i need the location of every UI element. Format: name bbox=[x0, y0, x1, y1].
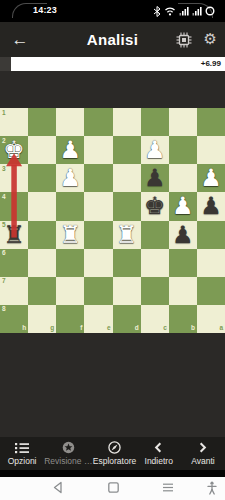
back-move-button[interactable]: Indietro bbox=[137, 437, 181, 470]
white-rook-d5[interactable]: ♜ bbox=[113, 221, 141, 249]
square-e4[interactable] bbox=[84, 192, 112, 220]
chevron-right-icon bbox=[196, 441, 209, 454]
square-h1[interactable]: 1 bbox=[0, 108, 28, 136]
square-d5[interactable]: ♜ bbox=[113, 221, 141, 249]
signal-icon bbox=[192, 6, 202, 16]
square-e5[interactable] bbox=[84, 221, 112, 249]
square-f8[interactable]: f bbox=[56, 305, 84, 333]
white-pawn-a3[interactable]: ♟ bbox=[197, 164, 225, 192]
explorer-compass-icon bbox=[108, 441, 121, 454]
evaluation-bar[interactable]: +6.99 bbox=[0, 57, 225, 71]
battery-icon bbox=[205, 6, 215, 16]
square-d4[interactable] bbox=[113, 192, 141, 220]
square-e3[interactable] bbox=[84, 164, 112, 192]
rank-label: 6 bbox=[2, 250, 6, 257]
black-rook-h5[interactable]: ♜ bbox=[0, 221, 28, 249]
evaluation-value: +6.99 bbox=[201, 57, 221, 71]
square-e1[interactable] bbox=[84, 108, 112, 136]
square-b6[interactable] bbox=[169, 249, 197, 277]
square-a1[interactable] bbox=[197, 108, 225, 136]
nav-divider bbox=[0, 470, 225, 477]
white-rook-f5[interactable]: ♜ bbox=[56, 221, 84, 249]
toolbar-label: Avanti bbox=[191, 456, 214, 466]
square-f6[interactable] bbox=[56, 249, 84, 277]
square-g5[interactable] bbox=[28, 221, 56, 249]
square-g8[interactable]: g bbox=[28, 305, 56, 333]
square-g1[interactable] bbox=[28, 108, 56, 136]
review-button[interactable]: Revisione … bbox=[44, 437, 92, 470]
square-c3[interactable]: ♟ bbox=[141, 164, 169, 192]
square-g6[interactable] bbox=[28, 249, 56, 277]
white-pawn-f3[interactable]: ♟ bbox=[56, 164, 84, 192]
clock-text: 14:23 bbox=[33, 5, 57, 15]
file-label: h bbox=[22, 325, 26, 332]
square-d8[interactable]: d bbox=[113, 305, 141, 333]
chess-board[interactable]: 12♚♟♟3♟♟♟4♚♟♟5♜♜♜♟678hgfedcba bbox=[0, 108, 225, 333]
square-a3[interactable]: ♟ bbox=[197, 164, 225, 192]
square-c2[interactable]: ♟ bbox=[141, 136, 169, 164]
square-e6[interactable] bbox=[84, 249, 112, 277]
square-h2[interactable]: 2♚ bbox=[0, 136, 28, 164]
bottom-toolbar: Opzioni Revisione … Esploratore Indietro bbox=[0, 437, 225, 470]
review-star-icon bbox=[62, 441, 75, 454]
rank-label: 1 bbox=[2, 110, 6, 117]
file-label: c bbox=[163, 325, 167, 332]
square-g4[interactable] bbox=[28, 192, 56, 220]
file-label: a bbox=[219, 325, 223, 332]
square-a5[interactable] bbox=[197, 221, 225, 249]
app-header: ← Analisi ⚙ bbox=[0, 22, 225, 57]
square-g2[interactable] bbox=[28, 136, 56, 164]
options-button[interactable]: Opzioni bbox=[0, 437, 44, 470]
chevron-left-icon bbox=[152, 441, 165, 454]
file-label: e bbox=[107, 325, 111, 332]
toolbar-label: Revisione … bbox=[44, 456, 92, 466]
back-triangle-icon[interactable] bbox=[52, 481, 64, 494]
status-icons bbox=[153, 5, 215, 17]
square-d3[interactable] bbox=[113, 164, 141, 192]
square-g3[interactable] bbox=[28, 164, 56, 192]
options-list-icon bbox=[15, 442, 29, 454]
rank-label: 7 bbox=[2, 278, 6, 285]
square-f2[interactable]: ♟ bbox=[56, 136, 84, 164]
square-f4[interactable] bbox=[56, 192, 84, 220]
square-h7[interactable]: 7 bbox=[0, 277, 28, 305]
rank-label: 3 bbox=[2, 166, 6, 173]
file-label: f bbox=[80, 325, 82, 332]
file-label: b bbox=[191, 325, 195, 332]
square-c5[interactable] bbox=[141, 221, 169, 249]
accessibility-person-icon[interactable] bbox=[206, 481, 218, 495]
square-b4[interactable]: ♟ bbox=[169, 192, 197, 220]
square-b5[interactable]: ♟ bbox=[169, 221, 197, 249]
square-d1[interactable] bbox=[113, 108, 141, 136]
black-king-c4[interactable]: ♚ bbox=[141, 192, 169, 220]
file-label: d bbox=[135, 325, 139, 332]
square-a6[interactable] bbox=[197, 249, 225, 277]
square-g7[interactable] bbox=[28, 277, 56, 305]
white-pawn-b4[interactable]: ♟ bbox=[169, 192, 197, 220]
square-b1[interactable] bbox=[169, 108, 197, 136]
android-nav-bar bbox=[0, 477, 225, 500]
signal-icon bbox=[179, 6, 189, 16]
black-pawn-b5[interactable]: ♟ bbox=[169, 221, 197, 249]
recents-lines-icon[interactable] bbox=[162, 481, 174, 494]
white-pawn-c2[interactable]: ♟ bbox=[141, 136, 169, 164]
square-e2[interactable] bbox=[84, 136, 112, 164]
square-f7[interactable] bbox=[56, 277, 84, 305]
square-h6[interactable]: 6 bbox=[0, 249, 28, 277]
black-pawn-a4[interactable]: ♟ bbox=[197, 192, 225, 220]
square-a8[interactable]: a bbox=[197, 305, 225, 333]
rank-label: 8 bbox=[2, 306, 6, 313]
settings-gear-icon[interactable]: ⚙ bbox=[204, 32, 217, 47]
explorer-button[interactable]: Esploratore bbox=[92, 437, 136, 470]
white-pawn-f2[interactable]: ♟ bbox=[56, 136, 84, 164]
square-e8[interactable]: e bbox=[84, 305, 112, 333]
forward-move-button[interactable]: Avanti bbox=[181, 437, 225, 470]
square-c8[interactable]: c bbox=[141, 305, 169, 333]
wifi-icon bbox=[164, 6, 176, 16]
bluetooth-icon bbox=[153, 6, 161, 17]
square-b2[interactable] bbox=[169, 136, 197, 164]
square-a2[interactable] bbox=[197, 136, 225, 164]
square-d2[interactable] bbox=[113, 136, 141, 164]
square-d6[interactable] bbox=[113, 249, 141, 277]
square-e7[interactable] bbox=[84, 277, 112, 305]
square-c4[interactable]: ♚ bbox=[141, 192, 169, 220]
rank-label: 4 bbox=[2, 194, 6, 201]
square-h3[interactable]: 3 bbox=[0, 164, 28, 192]
square-h8[interactable]: 8h bbox=[0, 305, 28, 333]
square-b8[interactable]: b bbox=[169, 305, 197, 333]
white-king-h2[interactable]: ♚ bbox=[0, 136, 28, 164]
black-pawn-c3[interactable]: ♟ bbox=[141, 164, 169, 192]
engine-chip-icon[interactable] bbox=[176, 32, 192, 48]
square-c6[interactable] bbox=[141, 249, 169, 277]
square-d7[interactable] bbox=[113, 277, 141, 305]
square-b7[interactable] bbox=[169, 277, 197, 305]
square-c7[interactable] bbox=[141, 277, 169, 305]
square-c1[interactable] bbox=[141, 108, 169, 136]
square-f5[interactable]: ♜ bbox=[56, 221, 84, 249]
home-square-icon[interactable] bbox=[107, 481, 120, 494]
square-a7[interactable] bbox=[197, 277, 225, 305]
square-h4[interactable]: 4 bbox=[0, 192, 28, 220]
file-label: g bbox=[50, 325, 54, 332]
status-bar: 14:23 bbox=[0, 0, 225, 22]
evaluation-white-fill: +6.99 bbox=[11, 57, 225, 71]
toolbar-label: Indietro bbox=[145, 456, 173, 466]
toolbar-label: Esploratore bbox=[93, 456, 136, 466]
toolbar-label: Opzioni bbox=[8, 456, 37, 466]
square-f3[interactable]: ♟ bbox=[56, 164, 84, 192]
square-h5[interactable]: 5♜ bbox=[0, 221, 28, 249]
square-f1[interactable] bbox=[56, 108, 84, 136]
square-b3[interactable] bbox=[169, 164, 197, 192]
app-frame: 14:23 bbox=[0, 0, 225, 500]
square-a4[interactable]: ♟ bbox=[197, 192, 225, 220]
